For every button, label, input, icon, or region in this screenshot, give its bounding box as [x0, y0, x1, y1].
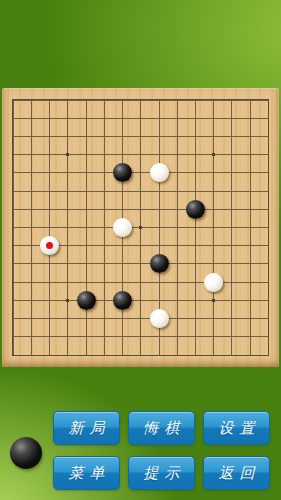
button-panel: 新局 悔棋 设置 菜单 提示 返回 — [53, 411, 270, 490]
undo-label: 悔棋 — [144, 419, 186, 438]
stone-white — [150, 163, 169, 182]
gomoku-board[interactable] — [2, 88, 279, 367]
star-point — [139, 226, 142, 229]
stone-white — [113, 218, 132, 237]
settings-button[interactable]: 设置 — [203, 411, 270, 445]
hint-button[interactable]: 提示 — [128, 456, 195, 490]
star-point — [212, 153, 215, 156]
turn-indicator-black-stone — [10, 437, 42, 469]
menu-button[interactable]: 菜单 — [53, 456, 120, 490]
new-game-button[interactable]: 新局 — [53, 411, 120, 445]
star-point — [66, 299, 69, 302]
gomoku-app: 新局 悔棋 设置 菜单 提示 返回 — [0, 0, 281, 500]
back-label: 返回 — [219, 464, 261, 483]
menu-label: 菜单 — [69, 464, 111, 483]
undo-button[interactable]: 悔棋 — [128, 411, 195, 445]
hint-label: 提示 — [144, 464, 186, 483]
settings-label: 设置 — [219, 419, 261, 438]
stone-black — [186, 200, 205, 219]
star-point — [66, 153, 69, 156]
stone-black — [150, 254, 169, 273]
last-move-marker — [46, 242, 53, 249]
stone-white — [204, 273, 223, 292]
star-point — [212, 299, 215, 302]
new-game-label: 新局 — [69, 419, 111, 438]
stone-white — [150, 309, 169, 328]
stone-black — [77, 291, 96, 310]
back-button[interactable]: 返回 — [203, 456, 270, 490]
stone-black — [113, 291, 132, 310]
